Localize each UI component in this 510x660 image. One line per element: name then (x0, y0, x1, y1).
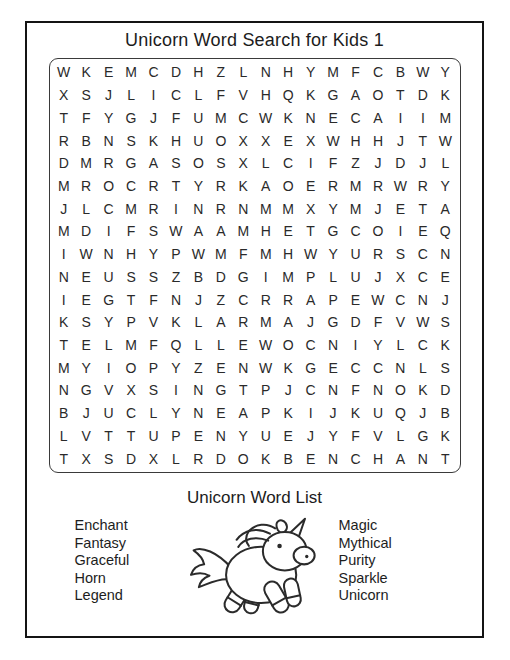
word-search-grid: WKEMCDHZLNHYMFCBWYXSJLICLFVHQKGAOTDKTFYG… (49, 58, 461, 473)
grid-cell: G (210, 379, 232, 402)
grid-cell: O (277, 175, 299, 198)
grid-cell: A (210, 311, 232, 334)
grid-cell: W (165, 220, 187, 243)
grid-cell: V (232, 84, 254, 107)
grid-cell: A (389, 447, 411, 470)
grid-cell: T (97, 425, 119, 448)
grid-cell: H (367, 447, 389, 470)
grid-cell: C (142, 61, 164, 84)
grid-cell: M (255, 197, 277, 220)
grid-cell: F (367, 311, 389, 334)
grid-cell: J (97, 84, 119, 107)
grid-cell: C (299, 334, 321, 357)
grid-cell: H (367, 129, 389, 152)
grid-cell: C (344, 106, 366, 129)
grid-cell: I (299, 402, 321, 425)
grid-cell: K (277, 356, 299, 379)
grid-cell: A (255, 175, 277, 198)
grid-cell: Y (367, 334, 389, 357)
grid-cell: A (232, 402, 254, 425)
grid-cell: I (142, 84, 164, 107)
grid-cell: F (142, 288, 164, 311)
grid-cell: W (434, 129, 456, 152)
grid-cell: T (53, 334, 75, 357)
grid-cell: O (187, 152, 209, 175)
grid-cell: Y (75, 356, 97, 379)
grid-cell: M (210, 106, 232, 129)
grid-cell: T (389, 84, 411, 107)
grid-cell: I (255, 265, 277, 288)
grid-cell: D (53, 152, 75, 175)
grid-cell: C (120, 175, 142, 198)
grid-cell: K (277, 402, 299, 425)
grid-cell: O (232, 447, 254, 470)
grid-cell: U (97, 265, 119, 288)
grid-cell: R (255, 288, 277, 311)
grid-cell: M (277, 265, 299, 288)
grid-cell: P (322, 288, 344, 311)
grid-cell: A (187, 220, 209, 243)
grid-cell: V (142, 311, 164, 334)
grid-cell: M (255, 243, 277, 266)
grid-cell: H (165, 129, 187, 152)
page-frame: Unicorn Word Search for Kids 1 WKEMCDHZL… (25, 21, 484, 638)
grid-cell: C (367, 61, 389, 84)
grid-cell: M (344, 197, 366, 220)
grid-cell: Y (322, 243, 344, 266)
grid-cell: Q (389, 402, 411, 425)
grid-cell: T (232, 379, 254, 402)
grid-cell: R (322, 175, 344, 198)
grid-cell: P (120, 311, 142, 334)
grid-cell: P (255, 402, 277, 425)
grid-cell: U (187, 129, 209, 152)
grid-cell: R (277, 288, 299, 311)
grid-cell: J (299, 425, 321, 448)
grid-cell: P (165, 243, 187, 266)
grid-cell: Y (165, 356, 187, 379)
grid-cell: T (434, 447, 456, 470)
grid-cell: G (120, 106, 142, 129)
grid-cell: W (255, 106, 277, 129)
grid-cell: D (344, 311, 366, 334)
grid-cell: L (75, 197, 97, 220)
grid-cell: L (187, 84, 209, 107)
grid-cell: M (434, 106, 456, 129)
grid-cell: D (412, 84, 434, 107)
grid-cell: Y (434, 175, 456, 198)
unicorn-illustration (185, 517, 325, 617)
grid-cell: R (53, 129, 75, 152)
grid-cell: E (322, 356, 344, 379)
grid-cell: K (434, 425, 456, 448)
grid-cell: O (210, 129, 232, 152)
grid-cell: K (344, 402, 366, 425)
grid-cell: E (277, 425, 299, 448)
grid-cell: E (187, 425, 209, 448)
grid-cell: H (255, 220, 277, 243)
grid-cell: A (344, 84, 366, 107)
grid-cell: P (255, 379, 277, 402)
word-list-item: Fantasy (75, 535, 171, 553)
grid-cell: G (120, 152, 142, 175)
grid-cell: L (120, 84, 142, 107)
grid-cell: E (344, 288, 366, 311)
grid-cell: F (75, 106, 97, 129)
grid-cell: O (97, 175, 119, 198)
grid-cell: W (187, 243, 209, 266)
grid-cell: K (232, 175, 254, 198)
grid-cell: Z (344, 152, 366, 175)
grid-cell: U (97, 402, 119, 425)
grid-cell: W (412, 61, 434, 84)
grid-cell: I (97, 220, 119, 243)
grid-cell: N (232, 356, 254, 379)
grid-cell: N (97, 129, 119, 152)
grid-cell: J (75, 402, 97, 425)
grid-cell: C (165, 84, 187, 107)
grid-cell: A (299, 288, 321, 311)
grid-cell: C (120, 402, 142, 425)
grid-cell: T (299, 220, 321, 243)
grid-cell: S (97, 447, 119, 470)
grid-cell: I (165, 379, 187, 402)
grid-cell: C (232, 106, 254, 129)
grid-cell: J (367, 197, 389, 220)
grid-cell: Z (210, 288, 232, 311)
grid-cell: R (412, 175, 434, 198)
grid-cell: G (412, 425, 434, 448)
grid-cell: N (187, 197, 209, 220)
grid-cell: R (210, 197, 232, 220)
grid-cell: L (53, 425, 75, 448)
grid-cell: L (412, 356, 434, 379)
grid-cell: Y (97, 311, 119, 334)
grid-cell: L (142, 402, 164, 425)
grid-cell: E (277, 220, 299, 243)
grid-cell: G (75, 379, 97, 402)
grid-cell: L (389, 334, 411, 357)
grid-cell: E (97, 61, 119, 84)
grid-cell: R (232, 311, 254, 334)
grid-cell: E (75, 288, 97, 311)
grid-cell: C (367, 356, 389, 379)
grid-cell: P (299, 265, 321, 288)
grid-cell: S (389, 243, 411, 266)
grid-cell: V (389, 311, 411, 334)
grid-cell: B (187, 265, 209, 288)
word-list-item: Enchant (75, 517, 171, 535)
word-list-item: Unicorn (339, 587, 435, 605)
grid-cell: N (187, 402, 209, 425)
grid-cell: G (232, 265, 254, 288)
grid-cell: L (255, 152, 277, 175)
grid-cell: G (322, 220, 344, 243)
grid-cell: W (412, 311, 434, 334)
grid-cell: K (165, 311, 187, 334)
grid-cell: M (53, 175, 75, 198)
grid-cell: J (412, 152, 434, 175)
grid-cell: J (53, 197, 75, 220)
grid-cell: N (187, 379, 209, 402)
grid-cell: E (412, 220, 434, 243)
grid-cell: I (53, 288, 75, 311)
grid-cell: X (232, 129, 254, 152)
grid-cell: N (53, 379, 75, 402)
grid-cell: F (322, 152, 344, 175)
grid-cell: W (53, 61, 75, 84)
grid-cell: S (120, 265, 142, 288)
grid-cell: L (210, 334, 232, 357)
grid-cell: R (210, 175, 232, 198)
grid-cell: T (165, 175, 187, 198)
grid-cell: S (75, 311, 97, 334)
grid-cell: G (322, 84, 344, 107)
grid-cell: Q (434, 220, 456, 243)
grid-cell: U (344, 265, 366, 288)
grid-cell: W (322, 129, 344, 152)
grid-cell: K (53, 311, 75, 334)
grid-cell: D (120, 447, 142, 470)
grid-cell: K (412, 379, 434, 402)
grid-cell: A (210, 220, 232, 243)
grid-cell: T (412, 197, 434, 220)
grid-cell: R (367, 175, 389, 198)
word-list-item: Sparkle (339, 570, 435, 588)
grid-cell: W (255, 356, 277, 379)
grid-cell: S (142, 220, 164, 243)
word-list-item: Purity (339, 552, 435, 570)
grid-cell: X (53, 84, 75, 107)
grid-cell: L (165, 447, 187, 470)
grid-cell: Q (277, 84, 299, 107)
grid-cell: H (120, 243, 142, 266)
grid-cell: I (344, 334, 366, 357)
grid-cell: U (187, 106, 209, 129)
grid-cell: J (367, 265, 389, 288)
grid-cell: B (53, 402, 75, 425)
grid-cell: X (389, 265, 411, 288)
word-list-left: EnchantFantasyGracefulHornLegend (75, 517, 171, 605)
grid-cell: F (120, 220, 142, 243)
grid-cell: V (97, 379, 119, 402)
grid-cell: H (187, 61, 209, 84)
grid-cell: M (53, 356, 75, 379)
grid-cell: E (389, 197, 411, 220)
grid-cell: Y (322, 425, 344, 448)
grid-cell: N (322, 447, 344, 470)
grid-cell: O (120, 356, 142, 379)
grid-cell: K (75, 61, 97, 84)
grid-cell: W (255, 334, 277, 357)
grid-cell: T (120, 425, 142, 448)
grid-cell: F (165, 106, 187, 129)
grid-cell: I (389, 106, 411, 129)
word-list-item: Graceful (75, 552, 171, 570)
grid-cell: X (142, 447, 164, 470)
word-list-section: EnchantFantasyGracefulHornLegend (27, 517, 482, 617)
grid-cell: E (210, 402, 232, 425)
grid-cell: M (120, 197, 142, 220)
grid-cell: H (344, 129, 366, 152)
grid-cell: Z (165, 265, 187, 288)
grid-cell: J (412, 402, 434, 425)
grid-cell: U (367, 402, 389, 425)
grid-cell: R (367, 243, 389, 266)
grid-cell: R (142, 175, 164, 198)
grid-cell: N (322, 379, 344, 402)
grid-cell: X (232, 152, 254, 175)
grid-cell: M (277, 197, 299, 220)
grid-cell: E (299, 447, 321, 470)
grid-cell: L (187, 311, 209, 334)
grid-cell: Y (165, 402, 187, 425)
grid-cell: D (165, 61, 187, 84)
grid-cell: N (389, 356, 411, 379)
word-list-item: Legend (75, 587, 171, 605)
grid-cell: X (75, 447, 97, 470)
grid-cell: D (210, 265, 232, 288)
grid-cell: N (299, 106, 321, 129)
grid-cell: W (389, 175, 411, 198)
grid-cell: N (255, 61, 277, 84)
grid-cell: L (389, 425, 411, 448)
grid-cell: O (367, 84, 389, 107)
grid-cell: K (255, 447, 277, 470)
grid-cell: J (322, 402, 344, 425)
grid-cell: M (322, 61, 344, 84)
grid-cell: H (255, 84, 277, 107)
grid-cell: L (434, 152, 456, 175)
grid-cell: D (389, 152, 411, 175)
grid-cell: B (389, 61, 411, 84)
grid-cell: V (367, 425, 389, 448)
grid-cell: Y (187, 175, 209, 198)
grid-cell: E (322, 106, 344, 129)
grid-cell: E (75, 265, 97, 288)
grid-cell: B (434, 402, 456, 425)
word-list-item: Magic (339, 517, 435, 535)
grid-cell: C (97, 197, 119, 220)
page-title: Unicorn Word Search for Kids 1 (27, 30, 482, 51)
grid-cell: P (165, 425, 187, 448)
grid-cell: L (322, 265, 344, 288)
grid-cell: X (299, 129, 321, 152)
grid-cell: B (277, 447, 299, 470)
grid-cell: F (344, 379, 366, 402)
grid-cell: T (53, 106, 75, 129)
grid-cell: Y (434, 61, 456, 84)
grid-cell: A (434, 197, 456, 220)
grid-cell: N (53, 265, 75, 288)
grid-cell: D (75, 220, 97, 243)
grid-cell: A (142, 152, 164, 175)
grid-cell: R (75, 175, 97, 198)
grid-cell: X (255, 129, 277, 152)
grid-cell: M (344, 175, 366, 198)
grid-cell: R (97, 152, 119, 175)
grid-cell: N (165, 288, 187, 311)
grid-cell: Q (165, 334, 187, 357)
word-list-item: Mythical (339, 535, 435, 553)
unicorn-drawing-svg (189, 517, 321, 617)
grid-cell: R (187, 447, 209, 470)
grid-cell: J (187, 288, 209, 311)
grid-cell: E (210, 356, 232, 379)
grid-cell: F (210, 84, 232, 107)
grid-cell: T (53, 447, 75, 470)
grid-cell: N (412, 447, 434, 470)
grid-cell: L (97, 334, 119, 357)
grid-cell: K (299, 84, 321, 107)
grid-cell: S (75, 84, 97, 107)
grid-cell: K (434, 334, 456, 357)
grid-cell: W (75, 243, 97, 266)
grid-cell: C (232, 288, 254, 311)
grid-cell: C (344, 220, 366, 243)
grid-cell: N (232, 197, 254, 220)
grid-cell: N (97, 243, 119, 266)
grid-cell: J (389, 129, 411, 152)
grid-cell: M (232, 220, 254, 243)
grid-cell: Y (299, 61, 321, 84)
grid-cell: G (322, 311, 344, 334)
grid-cell: L (187, 334, 209, 357)
grid-cell: E (434, 265, 456, 288)
grid-cell: O (389, 379, 411, 402)
grid-cell: S (165, 152, 187, 175)
grid-cell: Y (97, 106, 119, 129)
grid-cell: N (434, 243, 456, 266)
grid-cell: S (434, 356, 456, 379)
grid-cell: O (367, 220, 389, 243)
grid-cell: S (120, 129, 142, 152)
grid-cell: I (412, 106, 434, 129)
grid-cell: D (434, 379, 456, 402)
word-list-title: Unicorn Word List (27, 488, 482, 508)
word-list-right: MagicMythicalPuritySparkleUnicorn (339, 517, 435, 605)
grid-cell: C (412, 334, 434, 357)
grid-cell: M (120, 61, 142, 84)
grid-cell: M (210, 243, 232, 266)
grid-cell: O (277, 334, 299, 357)
grid-cell: C (412, 265, 434, 288)
grid-cell: J (142, 106, 164, 129)
grid-cell: F (344, 425, 366, 448)
grid-cell: J (367, 152, 389, 175)
grid-cell: S (210, 152, 232, 175)
grid-cell: M (75, 152, 97, 175)
grid-cell: Y (142, 243, 164, 266)
grid-cell: X (120, 379, 142, 402)
grid-cell: J (277, 379, 299, 402)
grid-cell: I (53, 243, 75, 266)
grid-cell: L (232, 61, 254, 84)
grid-cell: E (299, 175, 321, 198)
grid-cell: Y (232, 425, 254, 448)
grid-cell: F (142, 334, 164, 357)
grid-cell: N (210, 425, 232, 448)
grid-cell: F (344, 61, 366, 84)
grid-cell: C (277, 152, 299, 175)
grid-cell: M (53, 220, 75, 243)
grid-cell: X (299, 197, 321, 220)
grid-cell: C (344, 447, 366, 470)
grid-cell: A (367, 106, 389, 129)
grid-cell: J (434, 288, 456, 311)
grid-cell: K (277, 106, 299, 129)
grid-cell: F (232, 243, 254, 266)
